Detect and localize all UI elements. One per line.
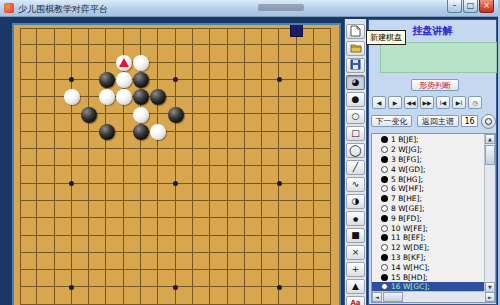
board-cell (262, 201, 279, 218)
stone-mode-button[interactable]: ◕ (346, 75, 365, 90)
board-cell (106, 201, 123, 218)
board-cell (141, 253, 158, 270)
caption-buttons: –□× (446, 0, 494, 13)
square-mark-tool[interactable]: □ (346, 126, 365, 141)
move-label: 14 W[HC]; (391, 263, 430, 272)
black-stone[interactable] (81, 107, 97, 123)
move-label: 3 B[FG]; (391, 155, 422, 164)
board-cell (141, 287, 158, 304)
board-cell (141, 236, 158, 253)
board-cell (210, 45, 227, 62)
move-list-item[interactable]: 6 W[HF]; (372, 184, 486, 194)
horizontal-scrollbar[interactable]: ◄ ► (372, 291, 495, 302)
board-cell (297, 184, 314, 201)
black-dot-icon: ● (353, 216, 358, 222)
board-cell (245, 114, 262, 131)
move-list-item[interactable]: 3 B[FG]; (372, 155, 486, 165)
horizontal-scroll-thumb[interactable] (383, 292, 403, 302)
white-move-icon (381, 166, 388, 173)
white-stone[interactable] (64, 89, 80, 105)
board-cell (228, 149, 245, 166)
minimize-button[interactable]: – (447, 0, 462, 13)
black-move-icon (381, 195, 388, 202)
rewind-button[interactable]: ◀◀ (404, 96, 418, 109)
board-cell (262, 184, 279, 201)
board-cell (72, 270, 89, 287)
next-move-button[interactable]: ▶ (388, 96, 402, 109)
board-cell (141, 184, 158, 201)
board-cell (89, 28, 106, 45)
board-cell (262, 287, 279, 304)
board-cell (55, 287, 72, 304)
board-cell (245, 166, 262, 183)
move-list-item[interactable]: 12 W[DE]; (372, 243, 486, 253)
circle-dot-icon (485, 118, 492, 125)
board-cell (124, 184, 141, 201)
black-move-icon (381, 136, 388, 143)
new-file-icon (350, 25, 361, 39)
board-cell (55, 218, 72, 235)
board-cell (193, 270, 210, 287)
white-move-icon (381, 146, 388, 153)
board-cell (176, 201, 193, 218)
board-cell (176, 184, 193, 201)
board-cell (89, 287, 106, 304)
open-file-button[interactable] (346, 41, 365, 56)
x-mark-tool[interactable]: × (346, 245, 365, 260)
move-list[interactable]: 1 B[JE];2 W[JG];3 B[FG];4 W[GD];5 B[HG];… (371, 133, 496, 303)
board-cell (314, 253, 331, 270)
board-cell (245, 97, 262, 114)
board-cell (55, 132, 72, 149)
move-list-item[interactable]: 15 B[HD]; (372, 272, 486, 282)
fast-forward-button[interactable]: ▶▶ (420, 96, 434, 109)
board-cell (297, 236, 314, 253)
white-stone-tool[interactable]: ○ (346, 109, 365, 124)
evaluate-button[interactable]: 形势判断 (411, 79, 459, 91)
move-label: 15 B[HD]; (391, 273, 428, 282)
black-stone[interactable] (99, 124, 115, 140)
board-cell (176, 218, 193, 235)
move-list-item[interactable]: 10 W[FE]; (372, 223, 486, 233)
circle-outline-icon: ◯ (349, 145, 361, 156)
board-cell (37, 132, 54, 149)
board-cell (228, 166, 245, 183)
board-cell (141, 166, 158, 183)
black-stone[interactable] (133, 124, 149, 140)
board-cell (20, 132, 37, 149)
white-stone-icon: ○ (352, 112, 360, 121)
board-cell (297, 114, 314, 131)
board-cell (228, 45, 245, 62)
board-cell (176, 270, 193, 287)
black-move-icon (381, 254, 388, 261)
board-cell (314, 270, 331, 287)
line-tool[interactable]: ╱ (346, 160, 365, 175)
board-cell (279, 287, 296, 304)
board-cell (193, 218, 210, 235)
board-cell (228, 114, 245, 131)
board-cell (72, 236, 89, 253)
board-cell (245, 287, 262, 304)
board-cell (210, 28, 227, 45)
board-cell (20, 218, 37, 235)
move-label: 6 W[HF]; (391, 184, 424, 193)
move-label: 4 W[GD]; (391, 165, 426, 174)
next-variation-button[interactable]: 下一变化 (371, 115, 412, 127)
board-cell (297, 201, 314, 218)
window-title: 少儿围棋教学对弈平台 (18, 3, 108, 16)
board-cell (20, 63, 37, 80)
board-cell (20, 270, 37, 287)
board-cell (297, 218, 314, 235)
board-cell (279, 184, 296, 201)
board-cell (279, 114, 296, 131)
board-cell (228, 270, 245, 287)
freehand-squiggle-icon: ∿ (352, 180, 360, 189)
move-list-item[interactable]: 1 B[JE]; (372, 135, 486, 145)
move-list-item[interactable]: 8 W[GE]; (372, 204, 486, 214)
move-label: 2 W[JG]; (391, 145, 422, 154)
board-cell (89, 218, 106, 235)
board-cell (20, 201, 37, 218)
star-point (277, 285, 282, 290)
vertical-scroll-thumb[interactable] (485, 145, 495, 165)
board-cell (176, 45, 193, 62)
board-cell (72, 132, 89, 149)
board-cell (210, 149, 227, 166)
board-cell (297, 97, 314, 114)
board-cell (245, 253, 262, 270)
scroll-left-arrow-icon[interactable]: ◄ (372, 292, 382, 302)
move-list-item[interactable]: 14 W[HC]; (372, 262, 486, 272)
white-move-icon (381, 185, 388, 192)
board-cell (245, 63, 262, 80)
board-cell (55, 201, 72, 218)
move-label: 1 B[JE]; (391, 135, 419, 144)
board-cell (37, 97, 54, 114)
board-cell (176, 80, 193, 97)
board-cell (193, 149, 210, 166)
white-stone[interactable] (116, 72, 132, 88)
board-cell (89, 236, 106, 253)
board-cell (124, 201, 141, 218)
move-list-item[interactable]: 4 W[GD]; (372, 164, 486, 174)
maximize-button[interactable]: □ (463, 0, 478, 13)
black-stone[interactable] (168, 107, 184, 123)
board-cell (124, 166, 141, 183)
dot-mark-tool[interactable]: ● (346, 211, 365, 226)
scroll-up-arrow-icon[interactable]: ▲ (485, 134, 495, 144)
board-cell (37, 114, 54, 131)
black-move-icon (381, 156, 388, 163)
board-cell (210, 287, 227, 304)
board-cell (37, 236, 54, 253)
nav-button-row: ◀▶◀◀▶▶Ⅰ◀▶Ⅰ◷ (372, 96, 495, 109)
board-cell (124, 270, 141, 287)
board-cell (245, 236, 262, 253)
board-cell (55, 184, 72, 201)
board-cell (72, 218, 89, 235)
board-cell (89, 184, 106, 201)
board-cell (158, 28, 175, 45)
board-cell (55, 236, 72, 253)
board-cell (210, 270, 227, 287)
board-cell (210, 236, 227, 253)
board-cell (20, 166, 37, 183)
board-cell (55, 45, 72, 62)
board-cell (262, 45, 279, 62)
board-cell (176, 166, 193, 183)
white-stone[interactable] (99, 89, 115, 105)
board-cell (262, 97, 279, 114)
board-cell (72, 184, 89, 201)
board-cell (106, 184, 123, 201)
board-cell (228, 97, 245, 114)
board-cell (72, 287, 89, 304)
board-cell (193, 114, 210, 131)
board-cell (314, 218, 331, 235)
board-cell (124, 236, 141, 253)
board-cell (297, 132, 314, 149)
board-cell (193, 287, 210, 304)
board-cell (55, 114, 72, 131)
board-cell (210, 184, 227, 201)
new-board-button[interactable] (346, 24, 365, 39)
move-list-item[interactable]: 13 B[KF]; (372, 253, 486, 263)
board-cell (55, 253, 72, 270)
filled-square-mark-tool[interactable]: ■ (346, 228, 365, 243)
board-cell (314, 80, 331, 97)
black-stone[interactable] (133, 72, 149, 88)
move-label: 7 B[HE]; (391, 194, 422, 203)
board-cell (20, 253, 37, 270)
board-cell (314, 166, 331, 183)
board-cell (20, 28, 37, 45)
board-cell (279, 45, 296, 62)
board-cell (193, 45, 210, 62)
x-mark-icon: × (352, 248, 360, 257)
half-stone-tool[interactable]: ◑ (346, 194, 365, 209)
board-cell (158, 287, 175, 304)
board-cell (314, 97, 331, 114)
black-stone[interactable] (99, 72, 115, 88)
board-cell (228, 184, 245, 201)
board-cell (262, 253, 279, 270)
board-cell (228, 287, 245, 304)
circle-mark-tool[interactable]: ◯ (346, 143, 365, 158)
black-move-icon (381, 234, 388, 241)
board-cell (210, 63, 227, 80)
board-cell (314, 287, 331, 304)
board-cell (72, 253, 89, 270)
board-cell (297, 80, 314, 97)
board-cell (176, 132, 193, 149)
white-move-icon (381, 244, 388, 251)
board-cell (72, 28, 89, 45)
label-letters-icon: Aa (350, 300, 360, 305)
board-cell (279, 236, 296, 253)
board-cell (193, 166, 210, 183)
go-board[interactable] (12, 23, 341, 305)
board-cell (279, 80, 296, 97)
freehand-tool[interactable]: ∿ (346, 177, 365, 192)
board-cell (158, 149, 175, 166)
open-folder-icon (350, 42, 362, 55)
board-cell (106, 236, 123, 253)
board-cell (37, 218, 54, 235)
board-cell (176, 253, 193, 270)
comment-box[interactable] (380, 42, 497, 73)
square-outline-icon: □ (351, 129, 360, 138)
save-floppy-icon (350, 59, 361, 72)
board-cell (106, 253, 123, 270)
half-stone-icon: ◑ (352, 197, 360, 206)
scroll-right-arrow-icon[interactable]: ► (485, 292, 495, 302)
board-cell (245, 218, 262, 235)
lecture-panel: 挂盘讲解 形势判断 ◀▶◀◀▶▶Ⅰ◀▶Ⅰ◷ 下一变化 返回主谱 16 1 B[J… (368, 19, 497, 305)
board-cell (210, 166, 227, 183)
board-cell (262, 149, 279, 166)
last-move-button[interactable]: ▶Ⅰ (452, 96, 466, 109)
board-cell (210, 201, 227, 218)
move-list-item[interactable]: 11 B[EF]; (372, 233, 486, 243)
white-move-icon (381, 264, 388, 271)
board-cell (141, 201, 158, 218)
board-cell (314, 184, 331, 201)
board-cell (279, 132, 296, 149)
board-cell (262, 132, 279, 149)
board-cell (124, 28, 141, 45)
board-cell (279, 149, 296, 166)
board-cell (297, 45, 314, 62)
side-toolbar: ◕●○□◯╱∿◑●■×+▲Aa (344, 19, 367, 305)
prev-move-button[interactable]: ◀ (372, 96, 386, 109)
board-cell (193, 253, 210, 270)
board-cell (20, 114, 37, 131)
board-cell (37, 287, 54, 304)
board-cell (37, 201, 54, 218)
move-list-item[interactable]: 7 B[HE]; (372, 194, 486, 204)
move-label: 8 W[GE]; (391, 204, 425, 213)
board-cell (279, 218, 296, 235)
new-board-tooltip: 新建棋盘 (366, 30, 406, 45)
board-cell (158, 45, 175, 62)
board-cell (176, 236, 193, 253)
board-cell (193, 201, 210, 218)
line-icon: ╱ (353, 163, 358, 172)
board-cell (314, 132, 331, 149)
board-cell (20, 149, 37, 166)
move-label: 10 W[FE]; (391, 224, 428, 233)
white-stone[interactable] (116, 89, 132, 105)
board-cell (297, 149, 314, 166)
board-cell (228, 218, 245, 235)
board-cell (106, 270, 123, 287)
move-list-item[interactable]: 2 W[JG]; (372, 145, 486, 155)
board-cell (262, 218, 279, 235)
board-cell (89, 270, 106, 287)
last-move-triangle-marker (119, 58, 129, 67)
board-cell (89, 166, 106, 183)
first-move-button[interactable]: Ⅰ◀ (436, 96, 450, 109)
close-button[interactable]: × (479, 0, 494, 13)
black-stone-tool[interactable]: ● (346, 92, 365, 107)
board-cell (106, 149, 123, 166)
board-cell (37, 270, 54, 287)
board-cell (314, 236, 331, 253)
board-cell (279, 166, 296, 183)
board-cell (262, 236, 279, 253)
save-button[interactable] (346, 58, 365, 73)
clock-button[interactable]: ◷ (468, 96, 482, 109)
board-cell (72, 45, 89, 62)
board-cell (314, 149, 331, 166)
board-cell (297, 287, 314, 304)
board-cell (141, 218, 158, 235)
round-indicator-button[interactable] (481, 114, 496, 129)
move-label: 12 W[DE]; (391, 243, 429, 252)
board-cell (228, 236, 245, 253)
board-cell (106, 218, 123, 235)
white-stone[interactable] (133, 107, 149, 123)
board-cell (106, 166, 123, 183)
board-cell (158, 236, 175, 253)
board-cell (141, 149, 158, 166)
vertical-scrollbar[interactable]: ▲ ▼ (484, 134, 495, 292)
move-list-item[interactable]: 5 B[HG]; (372, 174, 486, 184)
board-cell (72, 149, 89, 166)
white-move-icon (381, 283, 388, 290)
board-cell (176, 149, 193, 166)
board-cell (210, 97, 227, 114)
board-cell (245, 149, 262, 166)
board-cell (314, 45, 331, 62)
board-cell (176, 28, 193, 45)
return-mainline-button[interactable]: 返回主谱 (417, 115, 459, 127)
board-cell (106, 287, 123, 304)
board-cell (20, 45, 37, 62)
board-cell (314, 28, 331, 45)
board-cell (124, 218, 141, 235)
board-cell (176, 63, 193, 80)
app-icon (4, 3, 14, 13)
board-cell (245, 132, 262, 149)
label-tool[interactable]: Aa (346, 296, 365, 305)
white-move-icon (381, 225, 388, 232)
board-cell (245, 201, 262, 218)
triangle-mark-tool[interactable]: ▲ (346, 279, 365, 294)
board-cell (193, 97, 210, 114)
title-bar[interactable]: 少儿围棋教学对弈平台 –□× (0, 0, 498, 17)
board-cell (20, 184, 37, 201)
board-cell (124, 287, 141, 304)
board-grid (20, 28, 331, 305)
white-stone[interactable] (133, 55, 149, 71)
board-cell (210, 80, 227, 97)
move-list-item[interactable]: 9 B[FD]; (372, 213, 486, 223)
board-cell (279, 97, 296, 114)
move-number-box[interactable]: 16 (461, 115, 478, 127)
board-cell (262, 80, 279, 97)
board-cell (297, 270, 314, 287)
move-label: 5 B[HG]; (391, 175, 423, 184)
board-cell (262, 114, 279, 131)
board-cell (279, 253, 296, 270)
plus-mark-tool[interactable]: + (346, 262, 365, 277)
board-cell (245, 45, 262, 62)
move-rows: 1 B[JE];2 W[JG];3 B[FG];4 W[GD];5 B[HG];… (372, 135, 486, 292)
